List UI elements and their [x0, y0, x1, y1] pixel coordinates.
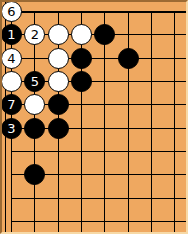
- move-number-label: 4: [7, 52, 15, 65]
- go-stone-black: [118, 48, 139, 69]
- go-stone-white: [48, 71, 69, 92]
- go-stone-white: [24, 94, 45, 115]
- go-stone-white-move-4: 4: [1, 48, 22, 69]
- go-stone-black-move-5: 5: [24, 71, 45, 92]
- stones-layer: 6124573: [2, 2, 186, 232]
- go-stone-white: [48, 24, 69, 45]
- go-stone-white-move-6: 6: [1, 1, 22, 22]
- go-stone-black: [48, 118, 69, 139]
- move-number-label: 7: [7, 98, 15, 111]
- go-stone-black: [48, 94, 69, 115]
- move-number-label: 5: [31, 75, 39, 88]
- go-stone-white: [71, 24, 92, 45]
- go-stone-black: [71, 48, 92, 69]
- go-stone-black: [71, 71, 92, 92]
- move-number-label: 6: [7, 5, 15, 18]
- go-stone-white: [1, 71, 22, 92]
- go-stone-black-move-7: 7: [1, 94, 22, 115]
- move-number-label: 2: [31, 28, 39, 41]
- go-stone-black: [94, 24, 115, 45]
- move-number-label: 1: [7, 28, 15, 41]
- move-number-label: 3: [7, 122, 15, 135]
- go-stone-white: [48, 48, 69, 69]
- go-stone-black: [24, 118, 45, 139]
- go-stone-black-move-1: 1: [1, 24, 22, 45]
- go-stone-black-move-3: 3: [1, 118, 22, 139]
- go-stone-white-move-2: 2: [24, 24, 45, 45]
- go-board: 6124573: [0, 0, 188, 234]
- go-stone-black: [24, 164, 45, 185]
